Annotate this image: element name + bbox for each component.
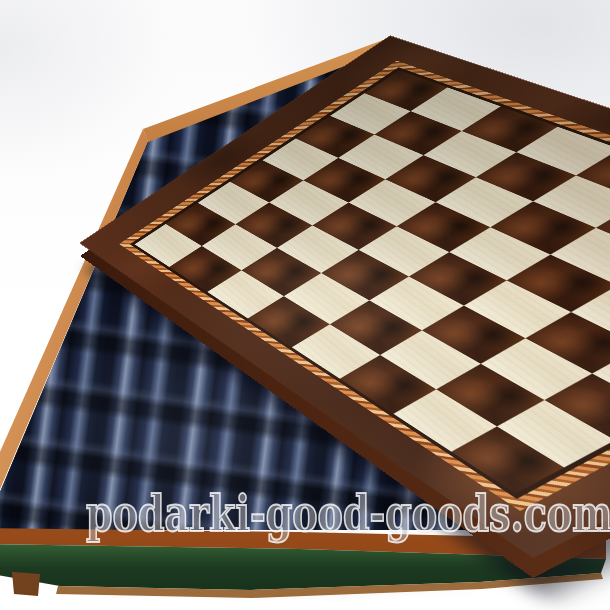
watermark: podarki-good-goods.com.ua — [86, 486, 610, 541]
scene: podarki-good-goods.com.ua — [0, 0, 610, 610]
